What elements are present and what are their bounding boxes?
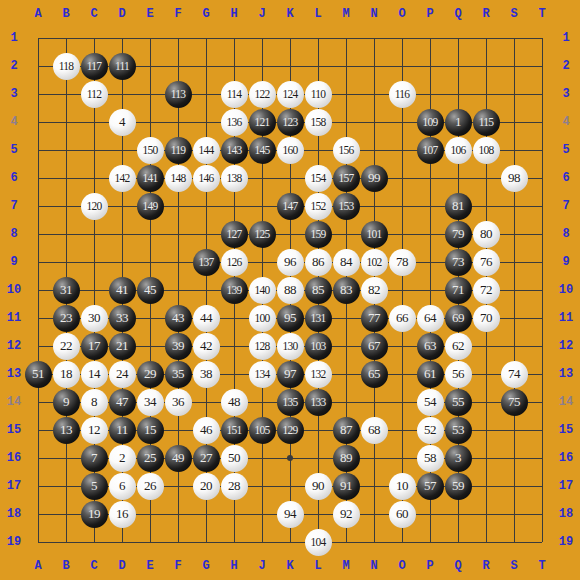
white-stone: 70 xyxy=(473,305,500,332)
black-stone: 77 xyxy=(361,305,388,332)
coordinate-label: A xyxy=(24,552,52,580)
white-stone: 118 xyxy=(53,53,80,80)
move-number: 81 xyxy=(452,198,464,214)
move-number: 109 xyxy=(423,116,438,128)
white-stone: 120 xyxy=(81,193,108,220)
white-stone: 114 xyxy=(221,81,248,108)
black-stone: 55 xyxy=(445,389,472,416)
white-stone: 20 xyxy=(193,473,220,500)
move-number: 103 xyxy=(311,340,326,352)
move-number: 35 xyxy=(172,366,184,382)
white-stone: 96 xyxy=(277,249,304,276)
black-stone: 119 xyxy=(165,137,192,164)
black-stone: 7 xyxy=(81,445,108,472)
coordinate-label: 19 xyxy=(552,528,580,556)
white-stone: 106 xyxy=(445,137,472,164)
white-stone: 110 xyxy=(305,81,332,108)
coordinate-label: 9 xyxy=(552,248,580,276)
move-number: 83 xyxy=(340,282,352,298)
move-number: 142 xyxy=(115,172,130,184)
move-number: 43 xyxy=(172,310,184,326)
move-number: 60 xyxy=(396,506,408,522)
black-stone: 153 xyxy=(333,193,360,220)
white-stone: 10 xyxy=(389,473,416,500)
black-stone: 123 xyxy=(277,109,304,136)
move-number: 22 xyxy=(60,338,72,354)
move-number: 100 xyxy=(255,312,270,324)
move-number: 57 xyxy=(424,478,436,494)
move-number: 3 xyxy=(455,450,461,466)
white-stone: 52 xyxy=(417,417,444,444)
move-number: 75 xyxy=(508,394,520,410)
white-stone: 30 xyxy=(81,305,108,332)
black-stone: 53 xyxy=(445,417,472,444)
black-stone: 59 xyxy=(445,473,472,500)
black-stone: 83 xyxy=(333,277,360,304)
white-stone: 50 xyxy=(221,445,248,472)
move-number: 59 xyxy=(452,478,464,494)
coordinate-label: 14 xyxy=(552,388,580,416)
coordinate-label: 3 xyxy=(552,80,580,108)
move-number: 85 xyxy=(312,282,324,298)
coordinate-label: 10 xyxy=(552,276,580,304)
black-stone: 101 xyxy=(361,221,388,248)
white-stone: 138 xyxy=(221,165,248,192)
move-number: 78 xyxy=(396,254,408,270)
white-stone: 76 xyxy=(473,249,500,276)
black-stone: 95 xyxy=(277,305,304,332)
white-stone: 80 xyxy=(473,221,500,248)
move-number: 65 xyxy=(368,366,380,382)
white-stone: 88 xyxy=(277,277,304,304)
black-stone: 47 xyxy=(109,389,136,416)
white-stone: 74 xyxy=(501,361,528,388)
move-number: 48 xyxy=(228,394,240,410)
white-stone: 126 xyxy=(221,249,248,276)
move-number: 41 xyxy=(116,282,128,298)
white-stone: 108 xyxy=(473,137,500,164)
white-stone: 86 xyxy=(305,249,332,276)
move-number: 61 xyxy=(424,366,436,382)
move-number: 51 xyxy=(32,366,44,382)
coordinate-label: 18 xyxy=(552,500,580,528)
move-number: 16 xyxy=(116,506,128,522)
black-stone: 33 xyxy=(109,305,136,332)
coordinate-label: N xyxy=(360,552,388,580)
move-number: 117 xyxy=(87,60,101,72)
move-number: 91 xyxy=(340,478,352,494)
black-stone: 85 xyxy=(305,277,332,304)
move-number: 102 xyxy=(367,256,382,268)
move-number: 89 xyxy=(340,450,352,466)
move-number: 138 xyxy=(227,172,242,184)
move-number: 69 xyxy=(452,310,464,326)
coordinate-label: 17 xyxy=(552,472,580,500)
white-stone: 72 xyxy=(473,277,500,304)
black-stone: 43 xyxy=(165,305,192,332)
move-number: 95 xyxy=(284,310,296,326)
white-stone: 156 xyxy=(333,137,360,164)
white-stone: 104 xyxy=(305,529,332,556)
white-stone: 2 xyxy=(109,445,136,472)
black-stone: 23 xyxy=(53,305,80,332)
move-number: 111 xyxy=(115,60,129,72)
coordinate-label: 2 xyxy=(552,52,580,80)
white-stone: 78 xyxy=(389,249,416,276)
white-stone: 64 xyxy=(417,305,444,332)
move-number: 87 xyxy=(340,422,352,438)
move-number: 11 xyxy=(116,422,128,438)
black-stone: 51 xyxy=(25,361,52,388)
move-number: 129 xyxy=(283,424,298,436)
move-number: 139 xyxy=(227,284,242,296)
move-number: 114 xyxy=(227,88,241,100)
black-stone: 149 xyxy=(137,193,164,220)
black-stone: 107 xyxy=(417,137,444,164)
move-number: 64 xyxy=(424,310,436,326)
black-stone: 1 xyxy=(445,109,472,136)
move-number: 79 xyxy=(452,226,464,242)
coordinate-label: O xyxy=(388,552,416,580)
white-stone: 58 xyxy=(417,445,444,472)
coordinate-label: D xyxy=(108,552,136,580)
move-number: 19 xyxy=(88,506,100,522)
move-number: 31 xyxy=(60,282,72,298)
move-number: 115 xyxy=(479,116,493,128)
white-stone: 128 xyxy=(249,333,276,360)
coordinate-label: C xyxy=(80,552,108,580)
move-number: 106 xyxy=(451,144,466,156)
move-number: 4 xyxy=(119,114,125,130)
coordinate-label: M xyxy=(332,552,360,580)
coordinate-label: R xyxy=(472,552,500,580)
move-number: 42 xyxy=(200,338,212,354)
white-stone: 48 xyxy=(221,389,248,416)
move-number: 136 xyxy=(227,116,242,128)
black-stone: 135 xyxy=(277,389,304,416)
move-number: 8 xyxy=(91,394,97,410)
black-stone: 17 xyxy=(81,333,108,360)
move-number: 126 xyxy=(227,256,242,268)
white-stone: 28 xyxy=(221,473,248,500)
white-stone: 158 xyxy=(305,109,332,136)
black-stone: 103 xyxy=(305,333,332,360)
move-number: 160 xyxy=(283,144,298,156)
white-stone: 14 xyxy=(81,361,108,388)
move-number: 99 xyxy=(368,170,380,186)
move-number: 112 xyxy=(87,88,101,100)
move-number: 24 xyxy=(116,366,128,382)
star-point xyxy=(287,455,293,461)
black-stone: 15 xyxy=(137,417,164,444)
black-stone: 109 xyxy=(417,109,444,136)
move-number: 140 xyxy=(255,284,270,296)
white-stone: 130 xyxy=(277,333,304,360)
move-number: 104 xyxy=(311,536,326,548)
move-number: 97 xyxy=(284,366,296,382)
black-stone: 129 xyxy=(277,417,304,444)
white-stone: 92 xyxy=(333,501,360,528)
black-stone: 115 xyxy=(473,109,500,136)
move-number: 134 xyxy=(255,368,270,380)
coordinate-label: G xyxy=(192,552,220,580)
white-stone: 142 xyxy=(109,165,136,192)
move-number: 10 xyxy=(396,478,408,494)
black-stone: 39 xyxy=(165,333,192,360)
move-number: 6 xyxy=(119,478,125,494)
move-number: 135 xyxy=(283,396,298,408)
white-stone: 94 xyxy=(277,501,304,528)
move-number: 157 xyxy=(339,172,354,184)
black-stone: 27 xyxy=(193,445,220,472)
coordinate-label: Q xyxy=(444,552,472,580)
move-number: 119 xyxy=(171,144,185,156)
coordinate-label: K xyxy=(276,552,304,580)
move-number: 148 xyxy=(171,172,186,184)
white-stone: 112 xyxy=(81,81,108,108)
move-number: 56 xyxy=(452,366,464,382)
white-stone: 18 xyxy=(53,361,80,388)
move-number: 13 xyxy=(60,422,72,438)
black-stone: 29 xyxy=(137,361,164,388)
white-stone: 24 xyxy=(109,361,136,388)
stone-layer: 1234567891011121314151617181920212223242… xyxy=(24,24,556,556)
move-number: 18 xyxy=(60,366,72,382)
move-number: 70 xyxy=(480,310,492,326)
coordinate-label: E xyxy=(136,552,164,580)
move-number: 144 xyxy=(199,144,214,156)
move-number: 110 xyxy=(311,88,325,100)
move-number: 15 xyxy=(144,422,156,438)
white-stone: 44 xyxy=(193,305,220,332)
column-labels-bottom: ABCDEFGHJKLMNOPQRST xyxy=(24,552,556,580)
move-number: 154 xyxy=(311,172,326,184)
move-number: 2 xyxy=(119,450,125,466)
white-stone: 122 xyxy=(249,81,276,108)
move-number: 122 xyxy=(255,88,270,100)
coordinate-label: 11 xyxy=(552,304,580,332)
move-number: 14 xyxy=(88,366,100,382)
move-number: 130 xyxy=(283,340,298,352)
move-number: 53 xyxy=(452,422,464,438)
move-number: 20 xyxy=(200,478,212,494)
white-stone: 150 xyxy=(137,137,164,164)
coordinate-label: 16 xyxy=(552,444,580,472)
move-number: 124 xyxy=(283,88,298,100)
move-number: 49 xyxy=(172,450,184,466)
black-stone: 143 xyxy=(221,137,248,164)
white-stone: 154 xyxy=(305,165,332,192)
black-stone: 75 xyxy=(501,389,528,416)
coordinate-label: P xyxy=(416,552,444,580)
black-stone: 9 xyxy=(53,389,80,416)
black-stone: 125 xyxy=(249,221,276,248)
move-number: 36 xyxy=(172,394,184,410)
white-stone: 152 xyxy=(305,193,332,220)
black-stone: 63 xyxy=(417,333,444,360)
white-stone: 90 xyxy=(305,473,332,500)
move-number: 121 xyxy=(255,116,270,128)
white-stone: 54 xyxy=(417,389,444,416)
move-number: 123 xyxy=(283,116,298,128)
move-number: 45 xyxy=(144,282,156,298)
black-stone: 133 xyxy=(305,389,332,416)
black-stone: 127 xyxy=(221,221,248,248)
move-number: 33 xyxy=(116,310,128,326)
white-stone: 56 xyxy=(445,361,472,388)
move-number: 158 xyxy=(311,116,326,128)
white-stone: 22 xyxy=(53,333,80,360)
move-number: 137 xyxy=(199,256,214,268)
move-number: 149 xyxy=(143,200,158,212)
coordinate-label: 15 xyxy=(552,416,580,444)
black-stone: 113 xyxy=(165,81,192,108)
move-number: 44 xyxy=(200,310,212,326)
coordinate-label: S xyxy=(500,552,528,580)
move-number: 96 xyxy=(284,254,296,270)
white-stone: 34 xyxy=(137,389,164,416)
move-number: 29 xyxy=(144,366,156,382)
move-number: 47 xyxy=(116,394,128,410)
move-number: 108 xyxy=(479,144,494,156)
move-number: 125 xyxy=(255,228,270,240)
white-stone: 16 xyxy=(109,501,136,528)
coordinate-label: 8 xyxy=(552,220,580,248)
coordinate-label: F xyxy=(164,552,192,580)
coordinate-label: 12 xyxy=(552,332,580,360)
black-stone: 89 xyxy=(333,445,360,472)
move-number: 28 xyxy=(228,478,240,494)
move-number: 30 xyxy=(88,310,100,326)
move-number: 152 xyxy=(311,200,326,212)
coordinate-label: 7 xyxy=(552,192,580,220)
row-labels-right: 12345678910111213141516171819 xyxy=(552,24,580,556)
go-board[interactable]: ABCDEFGHJKLMNOPQRST ABCDEFGHJKLMNOPQRST … xyxy=(0,0,580,580)
white-stone: 102 xyxy=(361,249,388,276)
white-stone: 148 xyxy=(165,165,192,192)
white-stone: 100 xyxy=(249,305,276,332)
coordinate-label: 13 xyxy=(552,360,580,388)
black-stone: 141 xyxy=(137,165,164,192)
move-number: 68 xyxy=(368,422,380,438)
coordinate-label: J xyxy=(248,552,276,580)
white-stone: 36 xyxy=(165,389,192,416)
white-stone: 134 xyxy=(249,361,276,388)
move-number: 101 xyxy=(367,228,382,240)
coordinate-label: 1 xyxy=(552,24,580,52)
black-stone: 61 xyxy=(417,361,444,388)
black-stone: 57 xyxy=(417,473,444,500)
black-stone: 49 xyxy=(165,445,192,472)
move-number: 132 xyxy=(311,368,326,380)
white-stone: 140 xyxy=(249,277,276,304)
coordinate-label: T xyxy=(528,552,556,580)
move-number: 7 xyxy=(91,450,97,466)
move-number: 26 xyxy=(144,478,156,494)
move-number: 54 xyxy=(424,394,436,410)
black-stone: 21 xyxy=(109,333,136,360)
move-number: 63 xyxy=(424,338,436,354)
move-number: 113 xyxy=(171,88,185,100)
move-number: 77 xyxy=(368,310,380,326)
move-number: 73 xyxy=(452,254,464,270)
move-number: 25 xyxy=(144,450,156,466)
white-stone: 12 xyxy=(81,417,108,444)
white-stone: 66 xyxy=(389,305,416,332)
black-stone: 11 xyxy=(109,417,136,444)
move-number: 116 xyxy=(395,88,409,100)
move-number: 21 xyxy=(116,338,128,354)
move-number: 133 xyxy=(311,396,326,408)
white-stone: 116 xyxy=(389,81,416,108)
move-number: 146 xyxy=(199,172,214,184)
move-number: 86 xyxy=(312,254,324,270)
white-stone: 68 xyxy=(361,417,388,444)
white-stone: 98 xyxy=(501,165,528,192)
move-number: 5 xyxy=(91,478,97,494)
coordinate-label: H xyxy=(220,552,248,580)
move-number: 98 xyxy=(508,170,520,186)
black-stone: 147 xyxy=(277,193,304,220)
white-stone: 82 xyxy=(361,277,388,304)
black-stone: 111 xyxy=(109,53,136,80)
move-number: 90 xyxy=(312,478,324,494)
move-number: 71 xyxy=(452,282,464,298)
move-number: 27 xyxy=(200,450,212,466)
black-stone: 117 xyxy=(81,53,108,80)
black-stone: 139 xyxy=(221,277,248,304)
move-number: 55 xyxy=(452,394,464,410)
move-number: 76 xyxy=(480,254,492,270)
move-number: 74 xyxy=(508,366,520,382)
move-number: 151 xyxy=(227,424,242,436)
move-number: 120 xyxy=(87,200,102,212)
black-stone: 121 xyxy=(249,109,276,136)
white-stone: 26 xyxy=(137,473,164,500)
move-number: 72 xyxy=(480,282,492,298)
move-number: 92 xyxy=(340,506,352,522)
black-stone: 137 xyxy=(193,249,220,276)
move-number: 84 xyxy=(340,254,352,270)
move-number: 150 xyxy=(143,144,158,156)
move-number: 38 xyxy=(200,366,212,382)
white-stone: 60 xyxy=(389,501,416,528)
black-stone: 31 xyxy=(53,277,80,304)
move-number: 34 xyxy=(144,394,156,410)
move-number: 153 xyxy=(339,200,354,212)
move-number: 88 xyxy=(284,282,296,298)
white-stone: 132 xyxy=(305,361,332,388)
move-number: 1 xyxy=(455,114,461,130)
black-stone: 157 xyxy=(333,165,360,192)
black-stone: 81 xyxy=(445,193,472,220)
move-number: 94 xyxy=(284,506,296,522)
white-stone: 136 xyxy=(221,109,248,136)
move-number: 82 xyxy=(368,282,380,298)
black-stone: 71 xyxy=(445,277,472,304)
white-stone: 42 xyxy=(193,333,220,360)
black-stone: 13 xyxy=(53,417,80,444)
move-number: 9 xyxy=(63,394,69,410)
black-stone: 131 xyxy=(305,305,332,332)
move-number: 23 xyxy=(60,310,72,326)
white-stone: 160 xyxy=(277,137,304,164)
move-number: 145 xyxy=(255,144,270,156)
move-number: 80 xyxy=(480,226,492,242)
black-stone: 79 xyxy=(445,221,472,248)
black-stone: 65 xyxy=(361,361,388,388)
move-number: 147 xyxy=(283,200,298,212)
